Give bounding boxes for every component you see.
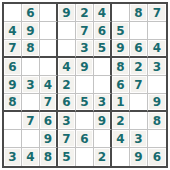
cell-r4c2[interactable] [22, 58, 40, 76]
cell-r5c4[interactable]: 2 [58, 76, 76, 94]
given-digit: 8 [153, 115, 161, 127]
given-digit: 7 [134, 79, 142, 91]
given-digit: 9 [116, 42, 124, 54]
given-digit: 6 [153, 151, 161, 163]
cell-r8c8[interactable]: 3 [130, 130, 148, 148]
cell-r5c3[interactable]: 4 [40, 76, 58, 94]
cell-r3c8[interactable]: 6 [130, 40, 148, 58]
cell-r9c4[interactable]: 5 [58, 148, 76, 166]
given-digit: 3 [62, 115, 70, 127]
cell-r5c8[interactable]: 7 [130, 76, 148, 94]
cell-r6c4[interactable]: 6 [58, 94, 76, 112]
cell-r4c6[interactable] [94, 58, 112, 76]
given-digit: 6 [44, 115, 52, 127]
given-digit: 7 [26, 115, 34, 127]
cell-r1c2[interactable]: 6 [22, 4, 40, 22]
given-digit: 9 [80, 61, 88, 73]
given-digit: 6 [62, 96, 70, 108]
cell-r8c9[interactable] [148, 130, 166, 148]
cell-r9c9[interactable]: 6 [148, 148, 166, 166]
cell-r7c5[interactable] [76, 112, 94, 130]
cell-r3c1[interactable]: 7 [4, 40, 22, 58]
cell-r2c4[interactable] [58, 22, 76, 40]
given-digit: 6 [98, 25, 106, 37]
given-digit: 8 [26, 42, 34, 54]
given-digit: 5 [62, 151, 70, 163]
given-digit: 5 [98, 42, 106, 54]
cell-r8c6[interactable] [94, 130, 112, 148]
given-digit: 7 [80, 25, 88, 37]
cell-r4c4[interactable]: 4 [58, 58, 76, 76]
given-digit: 2 [98, 151, 106, 163]
cell-r4c1[interactable]: 6 [4, 58, 22, 76]
given-digit: 9 [8, 79, 16, 91]
given-digit: 4 [62, 61, 70, 73]
cell-r4c5[interactable]: 9 [76, 58, 94, 76]
cell-r8c3[interactable]: 9 [40, 130, 58, 148]
given-digit: 6 [134, 42, 142, 54]
given-digit: 4 [98, 7, 106, 19]
given-digit: 4 [8, 25, 16, 37]
given-digit: 9 [153, 96, 161, 108]
cell-r8c5[interactable]: 6 [76, 130, 94, 148]
given-digit: 9 [134, 151, 142, 163]
cell-r1c6[interactable]: 4 [94, 4, 112, 22]
cell-r4c7[interactable]: 8 [112, 58, 130, 76]
cell-r3c2[interactable]: 8 [22, 40, 40, 58]
cell-r5c6[interactable] [94, 76, 112, 94]
cell-r6c1[interactable]: 8 [4, 94, 22, 112]
given-digit: 9 [44, 133, 52, 145]
cell-r8c7[interactable]: 4 [112, 130, 130, 148]
cell-r9c7[interactable] [112, 148, 130, 166]
given-digit: 3 [98, 96, 106, 108]
given-digit: 3 [134, 133, 142, 145]
cell-r6c3[interactable]: 7 [40, 94, 58, 112]
given-digit: 3 [26, 79, 34, 91]
cell-r9c5[interactable] [76, 148, 94, 166]
cell-r8c2[interactable] [22, 130, 40, 148]
cell-r1c3[interactable] [40, 4, 58, 22]
cell-r4c9[interactable]: 3 [148, 58, 166, 76]
cell-r7c8[interactable] [130, 112, 148, 130]
cell-r7c3[interactable]: 6 [40, 112, 58, 130]
given-digit: 1 [116, 96, 124, 108]
given-digit: 3 [153, 61, 161, 73]
given-digit: 2 [62, 79, 70, 91]
given-digit: 8 [8, 96, 16, 108]
cell-r2c2[interactable]: 9 [22, 22, 40, 40]
cell-r2c9[interactable] [148, 22, 166, 40]
given-digit: 2 [116, 115, 124, 127]
cell-r2c3[interactable] [40, 22, 58, 40]
given-digit: 4 [26, 151, 34, 163]
given-digit: 8 [134, 7, 142, 19]
given-digit: 3 [8, 151, 16, 163]
cell-r3c7[interactable]: 9 [112, 40, 130, 58]
given-digit: 7 [8, 42, 16, 54]
given-digit: 4 [153, 42, 161, 54]
cell-r3c3[interactable] [40, 40, 58, 58]
cell-r2c1[interactable]: 4 [4, 22, 22, 40]
cell-r5c7[interactable]: 6 [112, 76, 130, 94]
cell-r1c8[interactable]: 8 [130, 4, 148, 22]
cell-r6c7[interactable]: 1 [112, 94, 130, 112]
cell-r3c9[interactable]: 4 [148, 40, 166, 58]
cell-r9c2[interactable]: 4 [22, 148, 40, 166]
cell-r8c1[interactable] [4, 130, 22, 148]
cell-r2c7[interactable]: 5 [112, 22, 130, 40]
given-digit: 4 [44, 79, 52, 91]
given-digit: 7 [44, 96, 52, 108]
cell-r2c6[interactable]: 6 [94, 22, 112, 40]
cell-r8c4[interactable]: 7 [58, 130, 76, 148]
given-digit: 7 [62, 133, 70, 145]
given-digit: 6 [116, 79, 124, 91]
given-digit: 9 [62, 7, 70, 19]
cell-r7c1[interactable] [4, 112, 22, 130]
given-digit: 6 [26, 7, 34, 19]
cell-r7c9[interactable]: 8 [148, 112, 166, 130]
given-digit: 9 [98, 115, 106, 127]
given-digit: 2 [134, 61, 142, 73]
given-digit: 8 [116, 61, 124, 73]
cell-r6c8[interactable] [130, 94, 148, 112]
cell-r1c5[interactable]: 2 [76, 4, 94, 22]
given-digit: 6 [8, 61, 16, 73]
cell-r6c9[interactable]: 9 [148, 94, 166, 112]
given-digit: 9 [26, 25, 34, 37]
cell-r2c5[interactable]: 7 [76, 22, 94, 40]
cell-r2c8[interactable] [130, 22, 148, 40]
given-digit: 5 [80, 96, 88, 108]
given-digit: 8 [44, 151, 52, 163]
cell-r9c1[interactable]: 3 [4, 148, 22, 166]
cell-r1c7[interactable] [112, 4, 130, 22]
cell-r1c1[interactable] [4, 4, 22, 22]
cell-r4c8[interactable]: 2 [130, 58, 148, 76]
cell-r5c2[interactable]: 3 [22, 76, 40, 94]
cell-r7c7[interactable]: 2 [112, 112, 130, 130]
cell-r6c5[interactable]: 5 [76, 94, 94, 112]
cell-r3c6[interactable]: 5 [94, 40, 112, 58]
given-digit: 2 [80, 7, 88, 19]
cell-r9c3[interactable]: 8 [40, 148, 58, 166]
given-digit: 6 [80, 133, 88, 145]
cell-r7c6[interactable]: 9 [94, 112, 112, 130]
cell-r6c6[interactable]: 3 [94, 94, 112, 112]
cell-r3c4[interactable] [58, 40, 76, 58]
given-digit: 5 [116, 25, 124, 37]
cell-r3c5[interactable]: 3 [76, 40, 94, 58]
cell-r5c1[interactable]: 9 [4, 76, 22, 94]
cell-r9c6[interactable]: 2 [94, 148, 112, 166]
cell-r5c5[interactable] [76, 76, 94, 94]
sudoku-board: 6924874976578359646498239342678765319763… [2, 2, 168, 168]
given-digit: 7 [153, 7, 161, 19]
cell-r9c8[interactable]: 9 [130, 148, 148, 166]
cell-r5c9[interactable] [148, 76, 166, 94]
cell-r6c2[interactable] [22, 94, 40, 112]
cell-r1c9[interactable]: 7 [148, 4, 166, 22]
cell-r1c4[interactable]: 9 [58, 4, 76, 22]
cell-r4c3[interactable] [40, 58, 58, 76]
given-digit: 3 [80, 42, 88, 54]
given-digit: 4 [116, 133, 124, 145]
cell-r7c4[interactable]: 3 [58, 112, 76, 130]
cell-r7c2[interactable]: 7 [22, 112, 40, 130]
